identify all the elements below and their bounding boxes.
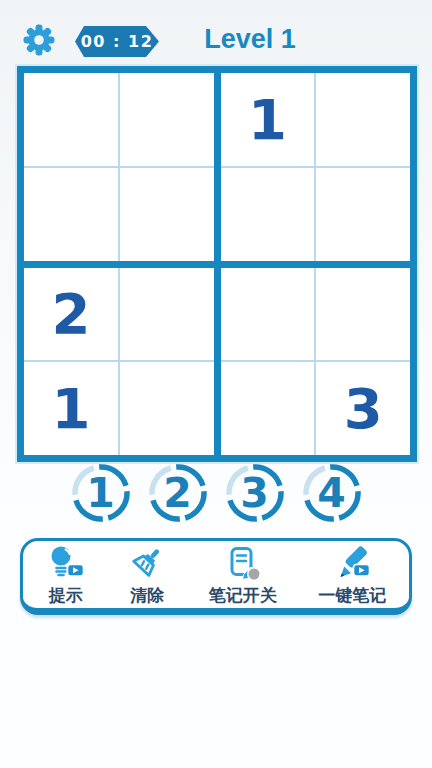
cell-r2c3[interactable] <box>316 268 410 361</box>
cell-r3c3[interactable]: 3 <box>316 362 410 455</box>
notes-toggle-button[interactable]: 笔记开关 <box>209 544 277 607</box>
cell-r2c2[interactable] <box>221 268 315 361</box>
cell-r1c1[interactable] <box>120 168 214 261</box>
video-badge-icon <box>67 565 83 577</box>
sudoku-app-screen: 00 : 12 Level 1 1 2 1 3 <box>0 0 432 768</box>
numpad-digit: 4 <box>302 463 362 523</box>
timer-badge: 00 : 12 <box>75 26 159 57</box>
toggle-off-dot <box>247 568 260 581</box>
board-box-bottom-right: 3 <box>221 268 411 456</box>
auto-notes-label: 一键笔记 <box>318 584 386 607</box>
number-pad: 1 2 3 <box>0 463 432 523</box>
bottom-toolbar: 提示 清除 <box>20 538 412 615</box>
clear-button[interactable]: 清除 <box>127 544 167 607</box>
cell-r0c1[interactable] <box>120 73 214 166</box>
notes-toggle-label: 笔记开关 <box>209 584 277 607</box>
numpad-button-2[interactable]: 2 <box>148 463 208 523</box>
clear-broom-icon <box>127 544 167 584</box>
cell-r2c0[interactable]: 2 <box>24 268 118 361</box>
cell-r0c0[interactable] <box>24 73 118 166</box>
cell-r1c2[interactable] <box>221 168 315 261</box>
cell-r1c3[interactable] <box>316 168 410 261</box>
sudoku-board: 1 2 1 3 <box>17 66 417 462</box>
numpad-digit: 2 <box>148 463 208 523</box>
board-box-bottom-left: 2 1 <box>24 268 214 456</box>
cell-r1c0[interactable] <box>24 168 118 261</box>
cell-r0c2[interactable]: 1 <box>221 73 315 166</box>
cell-r0c3[interactable] <box>316 73 410 166</box>
board-box-top-left <box>24 73 214 261</box>
numpad-digit: 1 <box>71 463 131 523</box>
cell-r2c1[interactable] <box>120 268 214 361</box>
level-title: Level 1 <box>204 24 296 55</box>
gear-icon <box>22 45 56 60</box>
hint-lightbulb-icon <box>46 544 86 584</box>
cell-r3c0[interactable]: 1 <box>24 362 118 455</box>
video-badge-icon <box>354 565 370 577</box>
hint-button[interactable]: 提示 <box>46 544 86 607</box>
numpad-button-4[interactable]: 4 <box>302 463 362 523</box>
cell-r3c2[interactable] <box>221 362 315 455</box>
notes-toggle-icon <box>223 544 263 584</box>
auto-notes-button[interactable]: 一键笔记 <box>318 544 386 607</box>
clear-label: 清除 <box>130 584 164 607</box>
numpad-button-1[interactable]: 1 <box>71 463 131 523</box>
settings-button[interactable] <box>22 23 56 57</box>
auto-notes-pencil-icon <box>332 544 372 584</box>
hint-label: 提示 <box>49 584 83 607</box>
board-box-top-right: 1 <box>221 73 411 261</box>
cell-r3c1[interactable] <box>120 362 214 455</box>
numpad-digit: 3 <box>225 463 285 523</box>
numpad-button-3[interactable]: 3 <box>225 463 285 523</box>
